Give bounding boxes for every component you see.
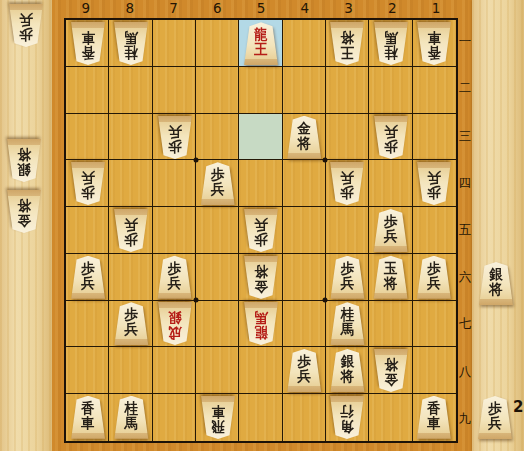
piece-kanji-char: 兵: [384, 123, 398, 139]
piece-kanji-char: 金: [254, 278, 268, 294]
rank-labels: 一二三四五六七八九: [456, 18, 474, 443]
piece-kanji-char: 将: [297, 135, 311, 151]
piece-face: 歩兵: [373, 209, 409, 252]
shogi-piece-91-香車[interactable]: 香車: [70, 22, 106, 65]
rank-label-6: 六: [456, 254, 474, 301]
shogi-piece-25-歩兵[interactable]: 歩兵: [373, 209, 409, 252]
board-cell-3-3[interactable]: [326, 114, 369, 161]
file-label-7: 7: [152, 0, 196, 18]
piece-face: 歩兵: [8, 4, 44, 47]
piece-kanji-char: 歩: [427, 185, 441, 201]
board-cell-8-6[interactable]: [109, 254, 152, 301]
shogi-piece-26-玉将[interactable]: 玉将: [373, 256, 409, 299]
piece-kanji-char: 歩: [384, 138, 398, 154]
shogi-piece-38-銀将[interactable]: 銀将: [329, 349, 365, 392]
board-cell-9-7[interactable]: [66, 301, 109, 348]
board-cell-7-4[interactable]: [153, 160, 196, 207]
piece-kanji-char: 将: [384, 275, 398, 291]
piece-kanji-char: 車: [81, 30, 95, 46]
piece-face: 歩兵: [286, 349, 322, 392]
piece-kanji-char: 車: [211, 403, 225, 419]
shogi-piece-96-歩兵[interactable]: 歩兵: [70, 256, 106, 299]
piece-face: 飛車: [200, 396, 236, 439]
piece-kanji-char: 金: [384, 372, 398, 388]
piece-kanji-char: 馬: [341, 322, 355, 338]
piece-kanji-char: 兵: [168, 123, 182, 139]
shogi-piece-76-歩兵[interactable]: 歩兵: [157, 256, 193, 299]
piece-kanji-char: 歩: [81, 185, 95, 201]
board-cell-6-2[interactable]: [196, 67, 239, 114]
board-cell-4-4[interactable]: [283, 160, 326, 207]
board-cell-1-8[interactable]: [413, 347, 456, 394]
shogi-piece-36-歩兵[interactable]: 歩兵: [329, 256, 365, 299]
hoshi-dot: [323, 298, 328, 303]
piece-kanji-char: 将: [17, 198, 31, 214]
piece-kanji-char: 桂: [125, 45, 139, 61]
shogi-piece-23-歩兵[interactable]: 歩兵: [373, 116, 409, 159]
piece-face: 歩兵: [243, 209, 279, 252]
piece-kanji-char: 馬: [384, 30, 398, 46]
board-cell-5-9[interactable]: [239, 394, 282, 441]
piece-face: 銀将: [329, 349, 365, 392]
piece-kanji-char: 龍: [254, 325, 268, 341]
piece-kanji-char: 桂: [384, 45, 398, 61]
rank-label-7: 七: [456, 301, 474, 348]
piece-kanji-char: 将: [341, 369, 355, 385]
piece-kanji-char: 兵: [125, 322, 139, 338]
board-cell-5-4[interactable]: [239, 160, 282, 207]
piece-kanji-char: 歩: [168, 138, 182, 154]
piece-kanji-char: 歩: [341, 185, 355, 201]
shogi-piece-81-桂馬[interactable]: 桂馬: [113, 22, 149, 65]
board-cell-6-8[interactable]: [196, 347, 239, 394]
gote-hand-piece-金将[interactable]: 金将: [6, 190, 42, 233]
board-cell-5-8[interactable]: [239, 347, 282, 394]
piece-face: 歩兵: [157, 256, 193, 299]
shogi-piece-85-歩兵[interactable]: 歩兵: [113, 209, 149, 252]
board-cell-7-8[interactable]: [153, 347, 196, 394]
board-cell-5-3[interactable]: [239, 114, 282, 161]
piece-kanji-char: 車: [427, 30, 441, 46]
rank-label-1: 一: [456, 18, 474, 65]
shogi-piece-69-飛車[interactable]: 飛車: [200, 396, 236, 439]
rank-label-2: 二: [456, 65, 474, 112]
sente-hand-piece-歩兵[interactable]: 歩兵: [477, 396, 513, 439]
piece-face: 歩兵: [113, 209, 149, 252]
piece-face: 成銀: [157, 302, 193, 345]
piece-face: 金将: [373, 349, 409, 392]
board-cell-7-9[interactable]: [153, 394, 196, 441]
board-cell-6-7[interactable]: [196, 301, 239, 348]
piece-face: 歩兵: [373, 116, 409, 159]
piece-kanji-char: 香: [427, 45, 441, 61]
shogi-piece-34-歩兵[interactable]: 歩兵: [329, 162, 365, 205]
board-cell-1-5[interactable]: [413, 207, 456, 254]
shogi-piece-73-歩兵[interactable]: 歩兵: [157, 116, 193, 159]
board-cell-7-1[interactable]: [153, 20, 196, 67]
piece-kanji-char: 歩: [254, 232, 268, 248]
gote-hand-piece-歩兵[interactable]: 歩兵: [8, 4, 44, 47]
shogi-piece-21-桂馬[interactable]: 桂馬: [373, 22, 409, 65]
file-label-9: 9: [64, 0, 108, 18]
board-cell-2-9[interactable]: [369, 394, 412, 441]
piece-kanji-char: 兵: [427, 275, 441, 291]
piece-face: 香車: [70, 22, 106, 65]
piece-kanji-char: 銀: [168, 310, 182, 326]
piece-kanji-char: 兵: [81, 170, 95, 186]
file-label-2: 2: [370, 0, 414, 18]
piece-kanji-char: 飛: [211, 418, 225, 434]
shogi-piece-43-金将[interactable]: 金将: [286, 116, 322, 159]
board-cell-1-7[interactable]: [413, 301, 456, 348]
piece-face: 銀将: [6, 139, 42, 182]
file-label-5: 5: [239, 0, 283, 18]
board-cell-3-5[interactable]: [326, 207, 369, 254]
piece-face: 金将: [286, 116, 322, 159]
board-cell-9-5[interactable]: [66, 207, 109, 254]
board-cell-2-7[interactable]: [369, 301, 412, 348]
board-cell-8-4[interactable]: [109, 160, 152, 207]
shogi-piece-28-金将[interactable]: 金将: [373, 349, 409, 392]
piece-kanji-char: 銀: [17, 162, 31, 178]
shogi-piece-55-歩兵[interactable]: 歩兵: [243, 209, 279, 252]
file-label-6: 6: [195, 0, 239, 18]
piece-face: 歩兵: [70, 256, 106, 299]
piece-kanji-char: 兵: [384, 229, 398, 245]
shogi-piece-64-歩兵[interactable]: 歩兵: [200, 162, 236, 205]
piece-face: 歩兵: [113, 302, 149, 345]
piece-kanji-char: 王: [341, 45, 355, 61]
piece-face: 香車: [416, 22, 452, 65]
piece-kanji-char: 兵: [81, 275, 95, 291]
piece-kanji-char: 将: [489, 282, 503, 298]
piece-face: 龍馬: [243, 302, 279, 345]
piece-kanji-char: 馬: [254, 310, 268, 326]
shogi-piece-37-桂馬[interactable]: 桂馬: [329, 302, 365, 345]
piece-kanji-char: 将: [17, 147, 31, 163]
piece-face: 桂馬: [329, 302, 365, 345]
piece-kanji-char: 兵: [427, 170, 441, 186]
rank-label-3: 三: [456, 112, 474, 159]
gote-hand-piece-銀将[interactable]: 銀将: [6, 139, 42, 182]
shogi-piece-94-歩兵[interactable]: 歩兵: [70, 162, 106, 205]
piece-face: 銀将: [478, 262, 514, 305]
shogi-piece-99-香車[interactable]: 香車: [70, 396, 106, 439]
piece-kanji-char: 兵: [297, 369, 311, 385]
piece-kanji-char: 車: [427, 415, 441, 431]
piece-face: 歩兵: [416, 256, 452, 299]
rank-label-5: 五: [456, 207, 474, 254]
piece-face: 桂馬: [113, 22, 149, 65]
shogi-piece-19-香車[interactable]: 香車: [416, 396, 452, 439]
piece-face: 歩兵: [70, 162, 106, 205]
shogi-piece-77-成銀[interactable]: 成銀: [157, 302, 193, 345]
shogi-piece-51-龍王[interactable]: 龍王: [243, 22, 279, 65]
file-label-8: 8: [108, 0, 152, 18]
board-cell-6-5[interactable]: [196, 207, 239, 254]
piece-face: 歩兵: [329, 256, 365, 299]
piece-face: 桂馬: [113, 396, 149, 439]
piece-kanji-char: 兵: [168, 275, 182, 291]
shogi-piece-16-歩兵[interactable]: 歩兵: [416, 256, 452, 299]
board-cell-9-8[interactable]: [66, 347, 109, 394]
rank-label-9: 九: [456, 396, 474, 443]
sente-hand-count: 2: [513, 398, 523, 416]
piece-face: 歩兵: [477, 396, 513, 439]
piece-face: 玉将: [373, 256, 409, 299]
piece-kanji-char: 将: [384, 357, 398, 373]
piece-kanji-char: 歩: [19, 27, 33, 43]
board-cell-1-3[interactable]: [413, 114, 456, 161]
piece-kanji-char: 王: [254, 42, 268, 58]
shogi-piece-56-金将[interactable]: 金将: [243, 256, 279, 299]
shogi-piece-89-桂馬[interactable]: 桂馬: [113, 396, 149, 439]
board-cell-4-2[interactable]: [283, 67, 326, 114]
sente-hand-stand: [472, 0, 524, 451]
shogi-piece-14-歩兵[interactable]: 歩兵: [416, 162, 452, 205]
piece-kanji-char: 兵: [211, 182, 225, 198]
board-cell-4-7[interactable]: [283, 301, 326, 348]
piece-kanji-char: 馬: [125, 30, 139, 46]
board-cell-6-1[interactable]: [196, 20, 239, 67]
piece-kanji-char: 兵: [125, 217, 139, 233]
piece-kanji-char: 将: [254, 263, 268, 279]
piece-kanji-char: 香: [81, 45, 95, 61]
piece-face: 金将: [243, 256, 279, 299]
hoshi-dot: [193, 158, 198, 163]
piece-kanji-char: 馬: [125, 415, 139, 431]
board-cell-6-6[interactable]: [196, 254, 239, 301]
piece-face: 歩兵: [416, 162, 452, 205]
piece-face: 桂馬: [373, 22, 409, 65]
piece-kanji-char: 角: [341, 418, 355, 434]
board-cell-2-4[interactable]: [369, 160, 412, 207]
piece-face: 王将: [329, 22, 365, 65]
piece-face: 龍王: [243, 22, 279, 65]
piece-face: 金将: [6, 190, 42, 233]
piece-kanji-char: 将: [341, 30, 355, 46]
rank-label-4: 四: [456, 160, 474, 207]
piece-kanji-char: 兵: [341, 170, 355, 186]
piece-kanji-char: 成: [168, 325, 182, 341]
sente-hand-piece-銀将[interactable]: 銀将: [478, 262, 514, 305]
file-label-4: 4: [283, 0, 327, 18]
shogi-piece-31-王将[interactable]: 王将: [329, 22, 365, 65]
board-cell-4-9[interactable]: [283, 394, 326, 441]
piece-kanji-char: 兵: [254, 217, 268, 233]
board-cell-5-2[interactable]: [239, 67, 282, 114]
board-cell-4-6[interactable]: [283, 254, 326, 301]
file-label-3: 3: [327, 0, 371, 18]
piece-kanji-char: 兵: [488, 416, 502, 432]
board-cell-4-5[interactable]: [283, 207, 326, 254]
board-cell-4-1[interactable]: [283, 20, 326, 67]
file-labels: 987654321: [64, 0, 458, 18]
hoshi-dot: [193, 298, 198, 303]
board-cell-8-3[interactable]: [109, 114, 152, 161]
piece-kanji-char: 車: [81, 415, 95, 431]
piece-face: 角行: [329, 396, 365, 439]
hoshi-dot: [323, 158, 328, 163]
shogi-piece-39-角行[interactable]: 角行: [329, 396, 365, 439]
board-cell-9-3[interactable]: [66, 114, 109, 161]
board-cell-8-8[interactable]: [109, 347, 152, 394]
board-cell-1-2[interactable]: [413, 67, 456, 114]
board-cell-2-2[interactable]: [369, 67, 412, 114]
piece-kanji-char: 兵: [341, 275, 355, 291]
board-cell-8-2[interactable]: [109, 67, 152, 114]
shogi-piece-57-龍馬[interactable]: 龍馬: [243, 302, 279, 345]
piece-face: 歩兵: [329, 162, 365, 205]
piece-face: 歩兵: [200, 162, 236, 205]
piece-kanji-char: 歩: [125, 232, 139, 248]
board-cell-6-3[interactable]: [196, 114, 239, 161]
board-cell-9-2[interactable]: [66, 67, 109, 114]
piece-kanji-char: 兵: [19, 12, 33, 28]
board-cell-3-2[interactable]: [326, 67, 369, 114]
file-label-1: 1: [414, 0, 458, 18]
shogi-piece-48-歩兵[interactable]: 歩兵: [286, 349, 322, 392]
rank-label-8: 八: [456, 349, 474, 396]
piece-kanji-char: 金: [17, 213, 31, 229]
piece-face: 香車: [70, 396, 106, 439]
shogi-piece-11-香車[interactable]: 香車: [416, 22, 452, 65]
shogi-piece-87-歩兵[interactable]: 歩兵: [113, 302, 149, 345]
piece-kanji-char: 行: [341, 403, 355, 419]
board-cell-7-5[interactable]: [153, 207, 196, 254]
piece-face: 香車: [416, 396, 452, 439]
piece-face: 歩兵: [157, 116, 193, 159]
board-cell-7-2[interactable]: [153, 67, 196, 114]
